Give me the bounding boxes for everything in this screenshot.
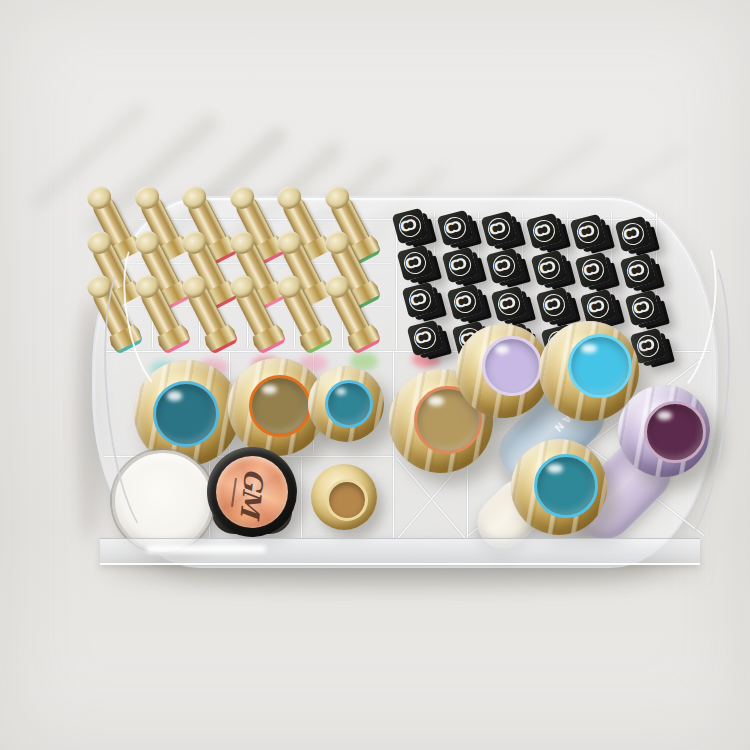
divider-wall: [300, 457, 303, 538]
gm-logo: GM: [235, 467, 270, 517]
jar-inner-disc: [326, 479, 368, 521]
lid-disc: [325, 380, 373, 428]
lid-disc: [249, 375, 311, 437]
tray-front-wall: [100, 538, 700, 565]
glint: [428, 396, 444, 406]
glint: [495, 345, 509, 354]
glint: [336, 388, 347, 395]
gold-cap-teal: [511, 439, 607, 535]
specular-highlight: [146, 545, 266, 553]
small-gold-jar: [311, 464, 377, 530]
black-jar-rim: GM: [207, 447, 297, 537]
lid-disc: [482, 336, 542, 396]
photo-scene: CCCCCCCCCCCCCCCCCCCCCCCCCCCCCCCCCCCCCCCC…: [0, 0, 750, 750]
divider-wall: [610, 213, 613, 343]
glint: [262, 385, 277, 394]
lid-disc: [568, 334, 632, 398]
peach-faceted-lid: GM: [216, 456, 288, 528]
lid-disc: [534, 454, 598, 518]
gold-jar-teal-small: [308, 366, 384, 442]
gold-cap-lavender: [456, 324, 550, 418]
glint: [547, 464, 562, 473]
glint: [581, 344, 596, 353]
